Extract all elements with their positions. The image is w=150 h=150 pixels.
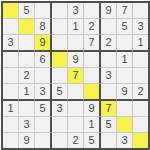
cell-r1c5[interactable]: 3 [68, 3, 84, 19]
cell-r4c3[interactable]: 6 [35, 52, 52, 68]
cell-r7c6[interactable]: 9 [84, 101, 101, 117]
cell-r7c7[interactable]: 7 [101, 101, 117, 117]
cell-r2c7[interactable] [101, 19, 117, 35]
cell-r7c3[interactable]: 5 [35, 101, 52, 117]
cell-r8c3[interactable] [35, 117, 52, 133]
cell-r3c5[interactable] [68, 35, 84, 52]
cell-r2c2[interactable] [19, 19, 35, 35]
cell-r5c2[interactable]: 2 [19, 68, 35, 84]
cell-r2c8[interactable]: 5 [117, 19, 133, 35]
cell-r6c7[interactable] [101, 84, 117, 101]
cell-r4c8[interactable]: 1 [117, 52, 133, 68]
cell-r5c7[interactable]: 3 [101, 68, 117, 84]
cell-r3c1[interactable]: 3 [3, 35, 19, 52]
cell-r6c5[interactable] [68, 84, 84, 101]
cell-r8c2[interactable]: 3 [19, 117, 35, 133]
cell-r4c6[interactable] [84, 52, 101, 68]
cell-r4c5[interactable]: 9 [68, 52, 84, 68]
cell-r7c2[interactable] [19, 101, 35, 117]
cell-r9c7[interactable] [101, 133, 117, 148]
cell-r1c6[interactable] [84, 3, 101, 19]
cell-r8c7[interactable]: 5 [101, 117, 117, 133]
cell-r1c3[interactable] [35, 3, 52, 19]
cell-r3c2[interactable] [19, 35, 35, 52]
cell-r8c1[interactable] [3, 117, 19, 133]
cell-r3c3[interactable]: 9 [35, 35, 52, 52]
cell-r2c4[interactable] [52, 19, 68, 35]
cell-r7c4[interactable]: 3 [52, 101, 68, 117]
cell-r2c6[interactable]: 2 [84, 19, 101, 35]
cell-r5c5[interactable]: 7 [68, 68, 84, 84]
cell-r1c1[interactable] [3, 3, 19, 19]
cell-r1c9[interactable] [133, 3, 148, 19]
cell-r2c1[interactable] [3, 19, 19, 35]
cell-r7c8[interactable] [117, 101, 133, 117]
cell-r5c8[interactable] [117, 68, 133, 84]
cell-r8c6[interactable]: 1 [84, 117, 101, 133]
cell-r3c9[interactable]: 1 [133, 35, 148, 52]
cell-r1c4[interactable] [52, 3, 68, 19]
cell-r9c1[interactable] [3, 133, 19, 148]
cell-r6c6[interactable] [84, 84, 101, 101]
cell-r6c8[interactable]: 9 [117, 84, 133, 101]
cell-r6c9[interactable]: 2 [133, 84, 148, 101]
cell-r6c2[interactable]: 1 [19, 84, 35, 101]
cell-r6c3[interactable]: 3 [35, 84, 52, 101]
cell-r8c9[interactable] [133, 117, 148, 133]
cell-r8c8[interactable] [117, 117, 133, 133]
cell-r9c2[interactable]: 9 [19, 133, 35, 148]
cell-r5c3[interactable] [35, 68, 52, 84]
cell-r4c1[interactable] [3, 52, 19, 68]
cell-r4c2[interactable] [19, 52, 35, 68]
cell-r5c4[interactable] [52, 68, 68, 84]
cell-r3c7[interactable]: 2 [101, 35, 117, 52]
cell-r9c4[interactable] [52, 133, 68, 148]
cell-r3c6[interactable]: 7 [84, 35, 101, 52]
cell-r9c6[interactable]: 5 [84, 133, 101, 148]
cell-r1c7[interactable]: 9 [101, 3, 117, 19]
cell-r8c4[interactable] [52, 117, 68, 133]
cell-r8c5[interactable] [68, 117, 84, 133]
cell-r2c5[interactable]: 1 [68, 19, 84, 35]
cell-r9c5[interactable]: 2 [68, 133, 84, 148]
cell-r4c9[interactable] [133, 52, 148, 68]
cell-r1c2[interactable]: 5 [19, 3, 35, 19]
cell-r9c3[interactable] [35, 133, 52, 148]
cell-r6c4[interactable]: 5 [52, 84, 68, 101]
cell-r6c1[interactable] [3, 84, 19, 101]
cell-r1c8[interactable]: 7 [117, 3, 133, 19]
cell-r3c4[interactable] [52, 35, 68, 52]
cell-r2c9[interactable]: 3 [133, 19, 148, 35]
sudoku-board: 5397812533972169127313592153973159253 [1, 1, 150, 150]
cell-r5c9[interactable] [133, 68, 148, 84]
cell-r7c5[interactable] [68, 101, 84, 117]
cell-r5c6[interactable] [84, 68, 101, 84]
cell-r7c1[interactable]: 1 [3, 101, 19, 117]
cell-r9c9[interactable] [133, 133, 148, 148]
cell-r5c1[interactable] [3, 68, 19, 84]
cell-r7c9[interactable] [133, 101, 148, 117]
cell-r2c3[interactable]: 8 [35, 19, 52, 35]
cell-r4c7[interactable] [101, 52, 117, 68]
cell-r3c8[interactable] [117, 35, 133, 52]
cell-r4c4[interactable] [52, 52, 68, 68]
cell-r9c8[interactable]: 3 [117, 133, 133, 148]
